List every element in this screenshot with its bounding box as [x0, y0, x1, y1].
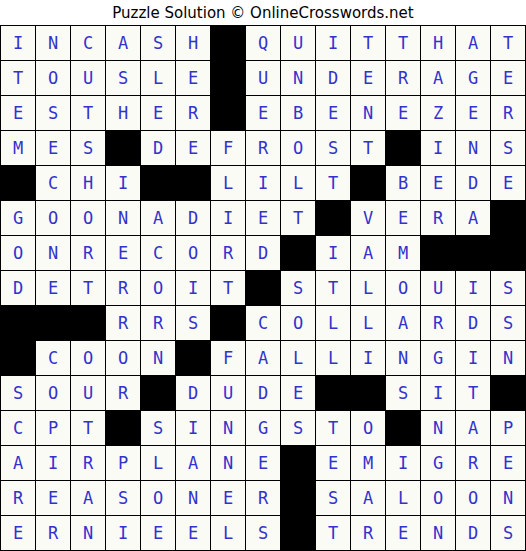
- grid-cell[interactable]: E: [281, 376, 316, 411]
- grid-cell[interactable]: E: [141, 96, 176, 131]
- grid-cell[interactable]: U: [71, 376, 106, 411]
- grid-cell[interactable]: G: [456, 61, 491, 96]
- grid-cell[interactable]: D: [456, 166, 491, 201]
- grid-cell[interactable]: E: [246, 446, 281, 481]
- grid-cell[interactable]: M: [351, 446, 386, 481]
- grid-cell[interactable]: R: [176, 96, 211, 131]
- grid-cell[interactable]: E: [176, 61, 211, 96]
- block-cell: [176, 341, 211, 376]
- grid-cell[interactable]: S: [281, 271, 316, 306]
- block-cell: [281, 236, 316, 271]
- grid-cell[interactable]: A: [141, 201, 176, 236]
- grid-cell[interactable]: T: [316, 411, 351, 446]
- grid-cell[interactable]: R: [211, 236, 246, 271]
- grid-cell[interactable]: T: [316, 271, 351, 306]
- grid-cell[interactable]: L: [141, 446, 176, 481]
- grid-cell[interactable]: T: [351, 26, 386, 61]
- grid-cell[interactable]: D: [176, 376, 211, 411]
- grid-cell[interactable]: D: [1, 271, 36, 306]
- block-cell: [491, 376, 526, 411]
- grid-cell[interactable]: I: [246, 166, 281, 201]
- block-cell: [211, 26, 246, 61]
- grid-cell[interactable]: L: [211, 166, 246, 201]
- grid-cell[interactable]: R: [421, 306, 456, 341]
- grid-cell[interactable]: D: [176, 201, 211, 236]
- grid-cell[interactable]: O: [36, 201, 71, 236]
- grid-cell[interactable]: A: [456, 411, 491, 446]
- block-cell: [491, 236, 526, 271]
- grid-cell[interactable]: S: [281, 411, 316, 446]
- grid-cell[interactable]: N: [211, 446, 246, 481]
- grid-cell[interactable]: O: [281, 131, 316, 166]
- grid-cell[interactable]: E: [246, 96, 281, 131]
- block-cell: [386, 131, 421, 166]
- grid-cell[interactable]: N: [386, 341, 421, 376]
- grid-cell[interactable]: R: [456, 446, 491, 481]
- grid-cell[interactable]: R: [71, 446, 106, 481]
- grid-cell[interactable]: T: [71, 271, 106, 306]
- grid-cell[interactable]: N: [176, 481, 211, 516]
- grid-cell[interactable]: R: [106, 271, 141, 306]
- grid-cell[interactable]: O: [176, 236, 211, 271]
- grid-cell[interactable]: S: [386, 376, 421, 411]
- grid-cell[interactable]: H: [71, 166, 106, 201]
- grid-cell[interactable]: S: [491, 306, 526, 341]
- grid-cell[interactable]: I: [421, 376, 456, 411]
- grid-cell[interactable]: I: [316, 26, 351, 61]
- grid-cell[interactable]: G: [1, 201, 36, 236]
- grid-cell[interactable]: E: [386, 516, 421, 551]
- grid-cell[interactable]: R: [246, 481, 281, 516]
- grid-cell[interactable]: E: [491, 166, 526, 201]
- grid-cell[interactable]: R: [71, 236, 106, 271]
- grid-cell[interactable]: S: [316, 481, 351, 516]
- grid-cell[interactable]: T: [211, 271, 246, 306]
- block-cell: [71, 306, 106, 341]
- grid-cell[interactable]: N: [106, 201, 141, 236]
- block-cell: [246, 271, 281, 306]
- crossword-grid: INCASHQUITTHATTOUSLEUNDERAGEESTHEREBENEZ…: [0, 25, 526, 551]
- grid-cell[interactable]: T: [71, 96, 106, 131]
- grid-cell[interactable]: I: [211, 201, 246, 236]
- block-cell: [456, 236, 491, 271]
- grid-cell[interactable]: T: [1, 61, 36, 96]
- grid-cell[interactable]: S: [106, 481, 141, 516]
- grid-cell[interactable]: S: [71, 131, 106, 166]
- grid-cell[interactable]: M: [386, 236, 421, 271]
- block-cell: [106, 131, 141, 166]
- grid-cell[interactable]: T: [351, 131, 386, 166]
- grid-cell[interactable]: T: [491, 26, 526, 61]
- grid-cell[interactable]: E: [491, 61, 526, 96]
- grid-cell[interactable]: C: [71, 26, 106, 61]
- block-cell: [316, 201, 351, 236]
- grid-cell[interactable]: E: [106, 236, 141, 271]
- grid-cell[interactable]: L: [316, 306, 351, 341]
- grid-cell[interactable]: C: [141, 236, 176, 271]
- grid-cell[interactable]: S: [141, 411, 176, 446]
- grid-cell[interactable]: G: [421, 446, 456, 481]
- block-cell: [421, 236, 456, 271]
- grid-cell[interactable]: I: [421, 131, 456, 166]
- grid-cell[interactable]: P: [106, 446, 141, 481]
- grid-cell[interactable]: S: [491, 131, 526, 166]
- grid-cell[interactable]: T: [71, 411, 106, 446]
- block-cell: [211, 96, 246, 131]
- grid-cell[interactable]: R: [491, 96, 526, 131]
- grid-cell[interactable]: N: [141, 341, 176, 376]
- grid-cell[interactable]: E: [176, 516, 211, 551]
- grid-cell[interactable]: O: [106, 341, 141, 376]
- grid-cell[interactable]: L: [211, 516, 246, 551]
- grid-cell[interactable]: A: [106, 26, 141, 61]
- grid-cell[interactable]: I: [106, 516, 141, 551]
- grid-cell[interactable]: E: [246, 201, 281, 236]
- grid-cell[interactable]: O: [141, 271, 176, 306]
- grid-cell[interactable]: D: [456, 306, 491, 341]
- grid-cell[interactable]: O: [141, 481, 176, 516]
- grid-cell[interactable]: S: [316, 131, 351, 166]
- grid-cell[interactable]: R: [141, 306, 176, 341]
- grid-cell[interactable]: N: [421, 516, 456, 551]
- grid-cell[interactable]: N: [491, 481, 526, 516]
- grid-cell[interactable]: R: [106, 376, 141, 411]
- block-cell: [36, 306, 71, 341]
- grid-cell[interactable]: A: [456, 26, 491, 61]
- grid-cell[interactable]: O: [71, 201, 106, 236]
- grid-cell[interactable]: A: [246, 341, 281, 376]
- grid-cell[interactable]: A: [386, 306, 421, 341]
- block-cell: [491, 201, 526, 236]
- grid-cell[interactable]: U: [281, 26, 316, 61]
- grid-cell[interactable]: C: [36, 166, 71, 201]
- grid-cell[interactable]: I: [386, 446, 421, 481]
- grid-cell[interactable]: S: [246, 516, 281, 551]
- grid-cell[interactable]: O: [456, 481, 491, 516]
- grid-cell[interactable]: N: [456, 131, 491, 166]
- block-cell: [316, 376, 351, 411]
- grid-cell[interactable]: G: [421, 341, 456, 376]
- grid-cell[interactable]: H: [106, 96, 141, 131]
- grid-cell[interactable]: S: [491, 516, 526, 551]
- block-cell: [1, 341, 36, 376]
- grid-cell[interactable]: S: [141, 26, 176, 61]
- grid-cell[interactable]: I: [176, 271, 211, 306]
- grid-cell[interactable]: E: [176, 131, 211, 166]
- grid-cell[interactable]: E: [141, 516, 176, 551]
- block-cell: [351, 166, 386, 201]
- grid-cell[interactable]: E: [456, 96, 491, 131]
- grid-cell[interactable]: C: [36, 341, 71, 376]
- crossword-solution-page: Puzzle Solution © OnlineCrosswords.net I…: [0, 0, 526, 551]
- grid-cell[interactable]: V: [351, 201, 386, 236]
- grid-cell[interactable]: I: [106, 166, 141, 201]
- grid-cell[interactable]: U: [211, 376, 246, 411]
- grid-cell[interactable]: H: [176, 26, 211, 61]
- grid-cell[interactable]: R: [1, 481, 36, 516]
- grid-cell[interactable]: T: [281, 201, 316, 236]
- grid-cell[interactable]: R: [246, 131, 281, 166]
- block-cell: [141, 376, 176, 411]
- grid-cell[interactable]: A: [351, 481, 386, 516]
- grid-cell[interactable]: Q: [246, 26, 281, 61]
- grid-cell[interactable]: A: [421, 61, 456, 96]
- grid-cell[interactable]: T: [316, 166, 351, 201]
- block-cell: [386, 411, 421, 446]
- grid-cell[interactable]: I: [456, 271, 491, 306]
- grid-cell[interactable]: E: [1, 516, 36, 551]
- grid-cell[interactable]: A: [1, 446, 36, 481]
- grid-cell[interactable]: E: [316, 96, 351, 131]
- grid-cell[interactable]: S: [491, 271, 526, 306]
- grid-cell[interactable]: L: [141, 61, 176, 96]
- grid-cell[interactable]: E: [1, 96, 36, 131]
- grid-cell[interactable]: S: [106, 61, 141, 96]
- grid-cell[interactable]: R: [36, 516, 71, 551]
- grid-cell[interactable]: N: [351, 96, 386, 131]
- grid-cell[interactable]: D: [456, 516, 491, 551]
- grid-cell[interactable]: O: [421, 481, 456, 516]
- block-cell: [106, 411, 141, 446]
- grid-cell[interactable]: O: [36, 376, 71, 411]
- grid-cell[interactable]: P: [491, 411, 526, 446]
- grid-cell[interactable]: O: [36, 61, 71, 96]
- grid-cell[interactable]: C: [1, 411, 36, 446]
- page-title: Puzzle Solution © OnlineCrosswords.net: [0, 0, 526, 25]
- grid-cell[interactable]: F: [211, 341, 246, 376]
- grid-cell[interactable]: B: [281, 96, 316, 131]
- grid-cell[interactable]: T: [386, 26, 421, 61]
- grid-cell[interactable]: D: [316, 61, 351, 96]
- block-cell: [281, 446, 316, 481]
- grid-cell[interactable]: N: [491, 341, 526, 376]
- grid-cell[interactable]: N: [71, 516, 106, 551]
- grid-cell[interactable]: N: [281, 61, 316, 96]
- grid-cell[interactable]: S: [36, 96, 71, 131]
- grid-cell[interactable]: D: [246, 236, 281, 271]
- grid-cell[interactable]: Z: [421, 96, 456, 131]
- grid-cell[interactable]: N: [421, 411, 456, 446]
- grid-cell[interactable]: D: [246, 376, 281, 411]
- grid-cell[interactable]: P: [36, 411, 71, 446]
- grid-cell[interactable]: N: [36, 236, 71, 271]
- grid-cell[interactable]: L: [281, 341, 316, 376]
- grid-cell[interactable]: O: [386, 271, 421, 306]
- grid-cell[interactable]: E: [491, 446, 526, 481]
- grid-cell[interactable]: A: [176, 446, 211, 481]
- grid-cell[interactable]: F: [211, 131, 246, 166]
- grid-cell[interactable]: C: [246, 306, 281, 341]
- grid-cell[interactable]: T: [456, 376, 491, 411]
- grid-cell[interactable]: B: [386, 166, 421, 201]
- grid-cell[interactable]: R: [386, 61, 421, 96]
- block-cell: [176, 166, 211, 201]
- grid-cell[interactable]: R: [106, 306, 141, 341]
- grid-cell[interactable]: S: [176, 306, 211, 341]
- grid-cell[interactable]: I: [1, 26, 36, 61]
- grid-cell[interactable]: O: [71, 341, 106, 376]
- grid-cell[interactable]: E: [351, 61, 386, 96]
- block-cell: [281, 481, 316, 516]
- grid-cell[interactable]: G: [246, 411, 281, 446]
- grid-cell[interactable]: L: [316, 341, 351, 376]
- grid-cell[interactable]: I: [176, 411, 211, 446]
- grid-cell[interactable]: E: [421, 166, 456, 201]
- block-cell: [1, 166, 36, 201]
- grid-cell[interactable]: I: [36, 446, 71, 481]
- grid-cell[interactable]: O: [281, 306, 316, 341]
- grid-cell[interactable]: T: [316, 516, 351, 551]
- grid-cell[interactable]: O: [351, 411, 386, 446]
- grid-cell[interactable]: A: [351, 236, 386, 271]
- block-cell: [211, 306, 246, 341]
- block-cell: [141, 166, 176, 201]
- grid-cell[interactable]: R: [351, 516, 386, 551]
- block-cell: [211, 61, 246, 96]
- grid-cell[interactable]: N: [36, 26, 71, 61]
- grid-cell[interactable]: E: [316, 446, 351, 481]
- grid-cell[interactable]: L: [351, 271, 386, 306]
- block-cell: [351, 376, 386, 411]
- grid-cell[interactable]: L: [386, 481, 421, 516]
- grid-cell[interactable]: L: [351, 306, 386, 341]
- grid-cell[interactable]: U: [421, 271, 456, 306]
- grid-cell[interactable]: D: [141, 131, 176, 166]
- grid-cell[interactable]: E: [36, 271, 71, 306]
- grid-cell[interactable]: O: [1, 236, 36, 271]
- grid-cell[interactable]: I: [351, 341, 386, 376]
- grid-cell[interactable]: E: [36, 481, 71, 516]
- grid-cell[interactable]: U: [246, 61, 281, 96]
- grid-cell[interactable]: S: [1, 376, 36, 411]
- grid-cell[interactable]: R: [421, 201, 456, 236]
- grid-cell[interactable]: M: [1, 131, 36, 166]
- grid-cell[interactable]: L: [281, 166, 316, 201]
- grid-cell[interactable]: E: [36, 131, 71, 166]
- grid-cell[interactable]: U: [71, 61, 106, 96]
- block-cell: [281, 516, 316, 551]
- grid-cell[interactable]: I: [316, 236, 351, 271]
- grid-cell[interactable]: E: [386, 201, 421, 236]
- grid-cell[interactable]: H: [421, 26, 456, 61]
- block-cell: [1, 306, 36, 341]
- grid-cell[interactable]: E: [386, 96, 421, 131]
- grid-cell[interactable]: I: [456, 341, 491, 376]
- grid-cell[interactable]: A: [71, 481, 106, 516]
- grid-cell[interactable]: A: [456, 201, 491, 236]
- grid-cell[interactable]: N: [211, 411, 246, 446]
- grid-cell[interactable]: E: [211, 481, 246, 516]
